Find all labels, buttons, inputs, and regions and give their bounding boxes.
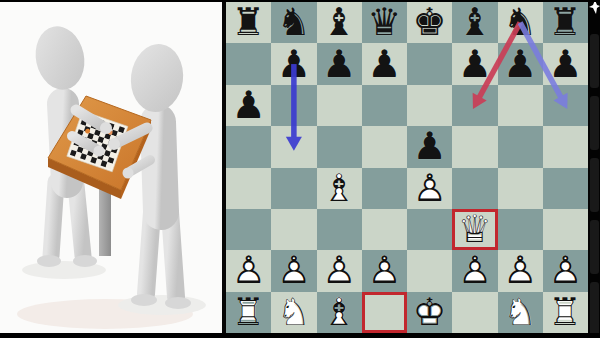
- piece-white-pawn-outline: ♙: [452, 250, 497, 291]
- piece-white-rook: ♜: [226, 292, 271, 333]
- piece-black-pawn: ♟: [362, 43, 407, 84]
- piece-black-rook: ♜: [226, 2, 271, 43]
- square-c6: [317, 85, 362, 126]
- square-e4: ♟♙: [407, 168, 452, 209]
- piece-black-pawn: ♟: [407, 126, 452, 167]
- piece-white-pawn: ♟: [452, 250, 497, 291]
- square-f4: [452, 168, 497, 209]
- strip-block: [590, 34, 599, 88]
- piece-black-knight: ♞: [498, 2, 543, 43]
- square-h6: [543, 85, 588, 126]
- square-e7: [407, 43, 452, 84]
- square-g8: ♞: [498, 2, 543, 43]
- strip-block: [590, 158, 599, 212]
- piece-white-pawn-outline: ♙: [362, 250, 407, 291]
- square-d6: [362, 85, 407, 126]
- square-e6: [407, 85, 452, 126]
- piece-white-knight: ♞: [498, 292, 543, 333]
- square-a5: [226, 126, 271, 167]
- square-c5: [317, 126, 362, 167]
- piece-black-pawn: ♟: [226, 85, 271, 126]
- strip-block: [590, 282, 599, 336]
- square-g3: [498, 209, 543, 250]
- square-d1: [362, 292, 407, 333]
- square-g1: ♞♘: [498, 292, 543, 333]
- piece-white-rook: ♜: [543, 292, 588, 333]
- square-g2: ♟♙: [498, 250, 543, 291]
- square-a6: ♟: [226, 85, 271, 126]
- square-b1: ♞♘: [271, 292, 316, 333]
- square-f2: ♟♙: [452, 250, 497, 291]
- sparkle-icon: [588, 0, 600, 15]
- square-d8: ♛: [362, 2, 407, 43]
- square-h5: [543, 126, 588, 167]
- piece-white-pawn: ♟: [407, 168, 452, 209]
- piece-white-bishop-outline: ♗: [317, 168, 362, 209]
- piece-white-pawn-outline: ♙: [317, 250, 362, 291]
- piece-white-knight-outline: ♘: [271, 292, 316, 333]
- piece-black-pawn: ♟: [452, 43, 497, 84]
- piece-white-knight-outline: ♘: [498, 292, 543, 333]
- piece-white-pawn: ♟: [543, 250, 588, 291]
- square-g5: [498, 126, 543, 167]
- square-b6: [271, 85, 316, 126]
- piece-black-knight: ♞: [271, 2, 316, 43]
- piece-white-pawn: ♟: [362, 250, 407, 291]
- square-a2: ♟♙: [226, 250, 271, 291]
- square-c8: ♝: [317, 2, 362, 43]
- square-c2: ♟♙: [317, 250, 362, 291]
- letterbox-top: [0, 0, 600, 2]
- square-c7: ♟: [317, 43, 362, 84]
- square-c4: ♝♗: [317, 168, 362, 209]
- piece-black-king: ♚: [407, 2, 452, 43]
- square-e2: [407, 250, 452, 291]
- piece-black-bishop: ♝: [452, 2, 497, 43]
- table-leg: [99, 186, 111, 256]
- square-b5: [271, 126, 316, 167]
- piece-white-king-outline: ♔: [407, 292, 452, 333]
- square-a7: [226, 43, 271, 84]
- piece-white-knight: ♞: [271, 292, 316, 333]
- piece-white-pawn-outline: ♙: [271, 250, 316, 291]
- square-e3: [407, 209, 452, 250]
- square-f7: ♟: [452, 43, 497, 84]
- piece-white-king: ♚: [407, 292, 452, 333]
- square-a1: ♜♖: [226, 292, 271, 333]
- piece-white-pawn-outline: ♙: [543, 250, 588, 291]
- square-h7: ♟: [543, 43, 588, 84]
- square-c3: [317, 209, 362, 250]
- square-e1: ♚♔: [407, 292, 452, 333]
- square-a8: ♜: [226, 2, 271, 43]
- piece-white-pawn-outline: ♙: [498, 250, 543, 291]
- square-g6: [498, 85, 543, 126]
- piece-black-pawn: ♟: [543, 43, 588, 84]
- piece-white-queen-outline: ♕: [452, 209, 497, 250]
- square-d2: ♟♙: [362, 250, 407, 291]
- clipart-chess-players: [0, 0, 222, 338]
- piece-white-pawn: ♟: [498, 250, 543, 291]
- square-f1: [452, 292, 497, 333]
- square-h4: [543, 168, 588, 209]
- piece-white-bishop-outline: ♗: [317, 292, 362, 333]
- square-h3: [543, 209, 588, 250]
- square-e8: ♚: [407, 2, 452, 43]
- illustration-panel: [0, 0, 222, 338]
- board-grid: ♜♞♝♛♚♝♞♜♟♟♟♟♟♟♟♟♝♗♟♙♛♕♟♙♟♙♟♙♟♙♟♙♟♙♟♙♜♖♞♘…: [226, 2, 588, 333]
- right-letterbox: [588, 0, 600, 338]
- piece-white-pawn: ♟: [317, 250, 362, 291]
- square-d3: [362, 209, 407, 250]
- piece-white-pawn: ♟: [226, 250, 271, 291]
- piece-white-bishop: ♝: [317, 292, 362, 333]
- piece-white-bishop: ♝: [317, 168, 362, 209]
- square-f3: ♛♕: [452, 209, 497, 250]
- ground-shadow: [118, 295, 206, 315]
- piece-black-rook: ♜: [543, 2, 588, 43]
- square-d4: [362, 168, 407, 209]
- square-h1: ♜♖: [543, 292, 588, 333]
- square-f5: [452, 126, 497, 167]
- square-b7: ♟: [271, 43, 316, 84]
- letterbox-bottom: [0, 333, 600, 338]
- chess-board: ♜♞♝♛♚♝♞♜♟♟♟♟♟♟♟♟♝♗♟♙♛♕♟♙♟♙♟♙♟♙♟♙♟♙♟♙♜♖♞♘…: [222, 2, 588, 333]
- square-b3: [271, 209, 316, 250]
- square-h2: ♟♙: [543, 250, 588, 291]
- piece-white-rook-outline: ♖: [226, 292, 271, 333]
- square-c1: ♝♗: [317, 292, 362, 333]
- square-d7: ♟: [362, 43, 407, 84]
- square-d5: [362, 126, 407, 167]
- piece-black-queen: ♛: [362, 2, 407, 43]
- piece-black-pawn: ♟: [317, 43, 362, 84]
- piece-black-bishop: ♝: [317, 2, 362, 43]
- square-b2: ♟♙: [271, 250, 316, 291]
- strip-block: [590, 220, 599, 274]
- piece-black-pawn: ♟: [271, 43, 316, 84]
- square-f6: [452, 85, 497, 126]
- square-e5: ♟: [407, 126, 452, 167]
- square-g4: [498, 168, 543, 209]
- piece-white-pawn: ♟: [271, 250, 316, 291]
- piece-black-pawn: ♟: [498, 43, 543, 84]
- square-a4: [226, 168, 271, 209]
- square-b8: ♞: [271, 2, 316, 43]
- square-g7: ♟: [498, 43, 543, 84]
- square-h8: ♜: [543, 2, 588, 43]
- piece-white-rook-outline: ♖: [543, 292, 588, 333]
- video-frame: ♜♞♝♛♚♝♞♜♟♟♟♟♟♟♟♟♝♗♟♙♛♕♟♙♟♙♟♙♟♙♟♙♟♙♟♙♜♖♞♘…: [0, 0, 600, 338]
- square-f8: ♝: [452, 2, 497, 43]
- square-a3: [226, 209, 271, 250]
- piece-white-queen: ♛: [452, 209, 497, 250]
- piece-white-pawn-outline: ♙: [226, 250, 271, 291]
- square-b4: [271, 168, 316, 209]
- strip-block: [590, 96, 599, 150]
- piece-white-pawn-outline: ♙: [407, 168, 452, 209]
